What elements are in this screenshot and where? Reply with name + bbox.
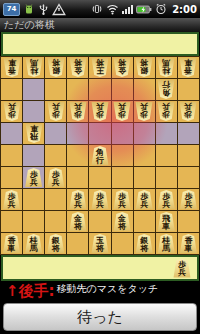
clock-time: 2:00 xyxy=(172,4,197,15)
board-square-7-7[interactable] xyxy=(45,189,66,210)
board-square-5-5[interactable]: 角行 xyxy=(89,145,110,166)
board-square-1-4[interactable] xyxy=(178,123,199,144)
sente-歩兵-piece[interactable]: 歩兵 xyxy=(25,168,43,187)
board-square-9-4[interactable] xyxy=(1,123,22,144)
board-square-7-5[interactable] xyxy=(45,145,66,166)
board-square-1-3[interactable]: 歩兵 xyxy=(178,101,199,122)
gote-歩兵-piece[interactable]: 歩兵 xyxy=(69,102,87,121)
board-square-4-1[interactable]: 金将 xyxy=(112,57,133,78)
shogi-board: 香車桂馬銀将金将王将金将銀将桂馬香車角行歩兵歩兵歩兵歩兵歩兵歩兵歩兵歩兵飛車角行… xyxy=(0,56,200,255)
board-square-4-3[interactable]: 歩兵 xyxy=(112,101,133,122)
gote-桂馬-piece[interactable]: 桂馬 xyxy=(157,58,175,77)
gote-歩兵-piece[interactable]: 歩兵 xyxy=(3,102,21,121)
turn-indicator: ↑後手: xyxy=(6,281,55,301)
gote-香車-piece[interactable]: 香車 xyxy=(3,58,21,77)
board-square-1-9[interactable]: 香車 xyxy=(178,233,199,254)
board-square-3-8[interactable] xyxy=(134,211,155,232)
gote-歩兵-piece[interactable]: 歩兵 xyxy=(91,102,109,121)
gote-銀将-piece[interactable]: 銀将 xyxy=(135,58,153,77)
gote-歩兵-piece[interactable]: 歩兵 xyxy=(157,102,175,121)
gote-歩兵-piece[interactable]: 歩兵 xyxy=(47,102,65,121)
sente-歩兵-piece[interactable]: 歩兵 xyxy=(91,190,109,209)
status-right: 2:00 xyxy=(91,3,197,15)
gote-金将-piece[interactable]: 金将 xyxy=(69,58,87,77)
board-square-8-3[interactable] xyxy=(23,101,44,122)
board-square-3-2[interactable] xyxy=(134,79,155,100)
board-square-6-1[interactable]: 金将 xyxy=(67,57,88,78)
sente-歩兵-piece[interactable]: 歩兵 xyxy=(3,190,21,209)
board-square-6-6[interactable] xyxy=(67,167,88,188)
board-square-1-7[interactable]: 歩兵 xyxy=(178,189,199,210)
sente-角行-piece[interactable]: 角行 xyxy=(91,146,109,165)
board-square-7-2[interactable] xyxy=(45,79,66,100)
board-square-1-1[interactable]: 香車 xyxy=(178,57,199,78)
board-square-7-1[interactable]: 銀将 xyxy=(45,57,66,78)
board-square-6-7[interactable]: 歩兵 xyxy=(67,189,88,210)
board-square-4-6[interactable] xyxy=(112,167,133,188)
gote-角行-piece[interactable]: 角行 xyxy=(157,80,175,99)
board-square-4-9[interactable] xyxy=(112,233,133,254)
board-square-1-5[interactable] xyxy=(178,145,199,166)
instruction-text: 移動先のマスをタッチ xyxy=(57,284,159,294)
board-square-8-9[interactable]: 桂馬 xyxy=(23,233,44,254)
sente-歩兵-piece[interactable]: 歩兵 xyxy=(135,190,153,209)
board-square-5-9[interactable]: 玉将 xyxy=(89,233,110,254)
board-square-3-4[interactable] xyxy=(134,123,155,144)
sente-歩兵-piece[interactable]: 歩兵 xyxy=(179,190,197,209)
board-square-4-8[interactable]: 金将 xyxy=(112,211,133,232)
board-square-7-8[interactable] xyxy=(45,211,66,232)
board-square-8-6[interactable]: 歩兵 xyxy=(23,167,44,188)
board-square-2-1[interactable]: 桂馬 xyxy=(156,57,177,78)
board-square-7-6[interactable]: 歩兵 xyxy=(45,167,66,188)
board-square-2-5[interactable] xyxy=(156,145,177,166)
status-left: 74 xyxy=(3,3,91,16)
board-square-3-5[interactable] xyxy=(134,145,155,166)
board-square-5-7[interactable]: 歩兵 xyxy=(89,189,110,210)
board-square-5-1[interactable]: 王将 xyxy=(89,57,110,78)
gote-香車-piece[interactable]: 香車 xyxy=(179,58,197,77)
sente-歩兵-piece[interactable]: 歩兵 xyxy=(47,168,65,187)
sente-飛車-piece[interactable]: 飛車 xyxy=(157,212,175,231)
board-square-9-5[interactable] xyxy=(1,145,22,166)
board-square-2-9[interactable]: 桂馬 xyxy=(156,233,177,254)
sente-銀将-piece[interactable]: 銀将 xyxy=(135,234,153,253)
gote-歩兵-piece[interactable]: 歩兵 xyxy=(179,102,197,121)
board-square-4-5[interactable] xyxy=(112,145,133,166)
board-square-3-1[interactable]: 銀将 xyxy=(134,57,155,78)
board-square-2-6[interactable] xyxy=(156,167,177,188)
board-square-9-9[interactable]: 香車 xyxy=(1,233,22,254)
board-square-3-7[interactable]: 歩兵 xyxy=(134,189,155,210)
app-title-bar: ただの将棋 xyxy=(0,18,200,32)
board-square-6-9[interactable] xyxy=(67,233,88,254)
sente-歩兵-piece[interactable]: 歩兵 xyxy=(173,259,191,278)
status-bar: 74 xyxy=(0,0,200,18)
vibrate-icon xyxy=(91,3,103,15)
board-square-8-2[interactable] xyxy=(23,79,44,100)
alarm-clock-icon xyxy=(155,3,167,15)
app-screen: 74 xyxy=(0,0,200,334)
board-square-9-1[interactable]: 香車 xyxy=(1,57,22,78)
usb-icon xyxy=(38,3,49,16)
message-bar: ↑後手: 移動先のマスをタッチ xyxy=(0,281,200,302)
board-square-5-8[interactable] xyxy=(89,211,110,232)
signal-strength-icon xyxy=(122,4,133,14)
board-square-8-5[interactable] xyxy=(23,145,44,166)
gote-銀将-piece[interactable]: 銀将 xyxy=(47,58,65,77)
board-square-7-4[interactable] xyxy=(45,123,66,144)
board-square-8-8[interactable] xyxy=(23,211,44,232)
board-square-2-3[interactable]: 歩兵 xyxy=(156,101,177,122)
gote-歩兵-piece[interactable]: 歩兵 xyxy=(135,102,153,121)
sente-桂馬-piece[interactable]: 桂馬 xyxy=(25,234,43,253)
board-square-9-6[interactable] xyxy=(1,167,22,188)
board-square-9-8[interactable] xyxy=(1,211,22,232)
board-square-4-4[interactable] xyxy=(112,123,133,144)
gote-飛車-piece[interactable]: 飛車 xyxy=(25,124,43,143)
gote-piece-stand[interactable] xyxy=(1,32,199,56)
sente-歩兵-piece[interactable]: 歩兵 xyxy=(157,190,175,209)
undo-button[interactable]: 待った xyxy=(3,303,197,331)
board-square-2-7[interactable]: 歩兵 xyxy=(156,189,177,210)
android-robot-icon xyxy=(23,3,35,15)
board-square-9-7[interactable]: 歩兵 xyxy=(1,189,22,210)
board-square-3-3[interactable]: 歩兵 xyxy=(134,101,155,122)
board-square-4-2[interactable] xyxy=(112,79,133,100)
board-square-6-2[interactable] xyxy=(67,79,88,100)
app-title: ただの将棋 xyxy=(4,19,55,30)
board-square-5-4[interactable] xyxy=(89,123,110,144)
battery-charging-icon xyxy=(136,5,152,14)
board-square-7-9[interactable]: 銀将 xyxy=(45,233,66,254)
board-square-7-3[interactable]: 歩兵 xyxy=(45,101,66,122)
board-square-8-7[interactable] xyxy=(23,189,44,210)
board-square-2-2[interactable]: 角行 xyxy=(156,79,177,100)
battery-percent-icon: 74 xyxy=(3,3,20,16)
sente-香車-piece[interactable]: 香車 xyxy=(179,234,197,253)
board-square-1-6[interactable] xyxy=(178,167,199,188)
gote-金将-piece[interactable]: 金将 xyxy=(113,58,131,77)
gote-歩兵-piece[interactable]: 歩兵 xyxy=(113,102,131,121)
board-square-9-2[interactable] xyxy=(1,79,22,100)
board-square-4-7[interactable]: 歩兵 xyxy=(112,189,133,210)
board-square-6-4[interactable] xyxy=(67,123,88,144)
sente-玉将-piece[interactable]: 玉将 xyxy=(91,234,109,253)
board-square-5-6[interactable] xyxy=(89,167,110,188)
gote-桂馬-piece[interactable]: 桂馬 xyxy=(25,58,43,77)
board-square-6-8[interactable]: 金将 xyxy=(67,211,88,232)
board-square-3-6[interactable] xyxy=(134,167,155,188)
board-square-1-8[interactable] xyxy=(178,211,199,232)
board-square-5-3[interactable]: 歩兵 xyxy=(89,101,110,122)
board-square-9-3[interactable]: 歩兵 xyxy=(1,101,22,122)
sente-銀将-piece[interactable]: 銀将 xyxy=(47,234,65,253)
sente-歩兵-piece[interactable]: 歩兵 xyxy=(69,190,87,209)
wifi-icon xyxy=(106,4,119,15)
board-square-2-4[interactable] xyxy=(156,123,177,144)
board-square-2-8[interactable]: 飛車 xyxy=(156,211,177,232)
sente-香車-piece[interactable]: 香車 xyxy=(3,234,21,253)
warning-triangle-icon xyxy=(52,3,66,16)
board-square-3-9[interactable]: 銀将 xyxy=(134,233,155,254)
board-square-1-2[interactable] xyxy=(178,79,199,100)
board-square-8-1[interactable]: 桂馬 xyxy=(23,57,44,78)
sente-金将-piece[interactable]: 金将 xyxy=(69,212,87,231)
board-square-6-3[interactable]: 歩兵 xyxy=(67,101,88,122)
board-square-5-2[interactable] xyxy=(89,79,110,100)
sente-歩兵-piece[interactable]: 歩兵 xyxy=(113,190,131,209)
sente-piece-stand[interactable]: 歩兵 xyxy=(1,255,199,281)
board-square-8-4[interactable]: 飛車 xyxy=(23,123,44,144)
gote-王将-piece[interactable]: 王将 xyxy=(91,58,109,77)
board-square-6-5[interactable] xyxy=(67,145,88,166)
sente-金将-piece[interactable]: 金将 xyxy=(113,212,131,231)
sente-桂馬-piece[interactable]: 桂馬 xyxy=(157,234,175,253)
